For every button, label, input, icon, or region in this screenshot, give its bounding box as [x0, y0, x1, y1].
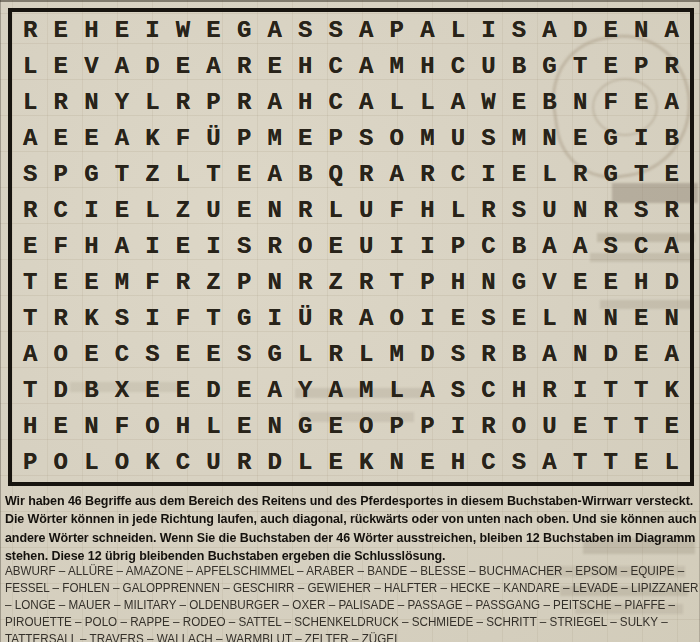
grid-cell: P: [382, 13, 413, 49]
grid-cell: S: [626, 193, 657, 229]
grid-cell: R: [534, 373, 565, 409]
grid-cell: C: [320, 49, 351, 85]
instructions-text: Wir haben 46 Begriffe aus dem Bereich de…: [5, 492, 697, 565]
grid-cell: L: [443, 193, 474, 229]
grid-cell: L: [443, 13, 474, 49]
grid-cell: C: [473, 445, 504, 481]
grid-cell: E: [595, 49, 626, 85]
grid-cell: K: [351, 445, 382, 481]
grid-cell: C: [626, 229, 657, 265]
grid-cell: E: [565, 121, 596, 157]
grid-cell: Z: [168, 193, 199, 229]
grid-cell: F: [382, 193, 413, 229]
grid-cell: B: [76, 373, 107, 409]
grid-cell: R: [565, 157, 596, 193]
grid-cell: O: [137, 409, 168, 445]
grid-cell: E: [656, 157, 687, 193]
grid-cell: A: [351, 13, 382, 49]
grid-cell: R: [473, 193, 504, 229]
grid-cell: H: [290, 49, 321, 85]
grid-cell: N: [259, 265, 290, 301]
grid-cell: O: [46, 445, 77, 481]
grid-cell: A: [382, 157, 413, 193]
grid-cell: I: [76, 193, 107, 229]
grid-cell: L: [382, 85, 413, 121]
grid-cell: F: [168, 301, 199, 337]
grid-cell: L: [534, 157, 565, 193]
grid-cell: I: [259, 301, 290, 337]
grid-cell: L: [412, 85, 443, 121]
grid-cell: A: [351, 49, 382, 85]
grid-cell: H: [76, 229, 107, 265]
grid-cell: A: [107, 121, 138, 157]
grid-cell: A: [534, 229, 565, 265]
grid-cell: S: [15, 157, 46, 193]
grid-cell: A: [656, 85, 687, 121]
grid-cell: N: [595, 301, 626, 337]
grid-cell: E: [107, 193, 138, 229]
grid-cell: C: [473, 373, 504, 409]
grid-cell: E: [626, 85, 657, 121]
grid-cell: Z: [137, 157, 168, 193]
grid-cell: E: [168, 373, 199, 409]
grid-cell: I: [565, 373, 596, 409]
grid-cell: D: [656, 265, 687, 301]
word-list-line: PIROUETTE – POLO – RAPPE – RODEO – SATTE…: [5, 613, 617, 630]
grid-cell: R: [168, 85, 199, 121]
grid-cell: S: [504, 13, 535, 49]
grid-cell: E: [76, 265, 107, 301]
grid-cell: K: [137, 121, 168, 157]
grid-cell: S: [290, 13, 321, 49]
grid-cell: A: [534, 13, 565, 49]
grid-cell: E: [565, 409, 596, 445]
grid-cell: T: [565, 445, 596, 481]
grid-cell: H: [443, 445, 474, 481]
grid-cell: L: [198, 409, 229, 445]
grid-cell: L: [137, 193, 168, 229]
grid-cell: M: [107, 265, 138, 301]
grid-cell: T: [382, 265, 413, 301]
grid-cell: I: [473, 157, 504, 193]
grid-cell: P: [46, 157, 77, 193]
grid-cell: O: [290, 229, 321, 265]
grid-cell: A: [565, 229, 596, 265]
grid-cell: H: [443, 265, 474, 301]
instruction-line: Die Wörter können in jede Richtung laufe…: [5, 510, 642, 528]
grid-cell: H: [504, 373, 535, 409]
grid-cell: B: [504, 49, 535, 85]
grid-cell: E: [46, 409, 77, 445]
grid-cell: G: [76, 157, 107, 193]
grid-cell: S: [504, 193, 535, 229]
grid-cell: N: [382, 445, 413, 481]
grid-cell: R: [412, 157, 443, 193]
grid-cell: A: [107, 229, 138, 265]
grid-cell: P: [198, 85, 229, 121]
grid-cell: I: [443, 409, 474, 445]
grid-cell: N: [656, 301, 687, 337]
grid-cell: P: [412, 409, 443, 445]
grid-cell: W: [168, 13, 199, 49]
word-list-line: FESSEL – FOHLEN – GALOPPRENNEN – GESCHIR…: [5, 579, 617, 596]
grid-cell: Z: [320, 265, 351, 301]
grid-cell: Y: [290, 373, 321, 409]
grid-cell: T: [595, 445, 626, 481]
grid-cell: S: [229, 229, 260, 265]
grid-cell: A: [412, 373, 443, 409]
grid-cell: T: [198, 301, 229, 337]
instruction-line: andere Wörter schneiden. Wenn Sie die Bu…: [5, 529, 642, 547]
grid-cell: C: [443, 157, 474, 193]
grid-cell: L: [290, 337, 321, 373]
grid-cell: R: [15, 193, 46, 229]
grid-cell: S: [443, 373, 474, 409]
grid-cell: E: [46, 13, 77, 49]
word-list-line: – LONGE – MAUER – MILITARY – OLDENBURGER…: [5, 596, 617, 613]
grid-cell: L: [656, 445, 687, 481]
grid-cell: P: [320, 121, 351, 157]
grid-cell: C: [107, 337, 138, 373]
grid-cell: A: [534, 445, 565, 481]
grid-cell: N: [76, 409, 107, 445]
grid-cell: A: [107, 49, 138, 85]
grid-cell: L: [76, 445, 107, 481]
grid-cell: E: [626, 337, 657, 373]
grid-cell: X: [107, 373, 138, 409]
grid-cell: E: [46, 265, 77, 301]
grid-cell: T: [626, 157, 657, 193]
grid-cell: H: [626, 265, 657, 301]
grid-cell: L: [290, 445, 321, 481]
grid-cell: H: [168, 409, 199, 445]
grid-cell: Y: [107, 85, 138, 121]
grid-cell: E: [46, 121, 77, 157]
grid-cell: G: [534, 49, 565, 85]
grid-cell: G: [595, 121, 626, 157]
grid-cell: G: [229, 13, 260, 49]
grid-cell: U: [351, 193, 382, 229]
grid-cell: C: [473, 229, 504, 265]
grid-cell: E: [565, 265, 596, 301]
grid-cell: L: [15, 85, 46, 121]
grid-cell: V: [76, 49, 107, 85]
grid-cell: E: [76, 337, 107, 373]
grid-cell: R: [229, 445, 260, 481]
grid-cell: E: [504, 301, 535, 337]
grid-cell: E: [229, 193, 260, 229]
grid-cell: N: [565, 301, 596, 337]
grid-cell: O: [46, 337, 77, 373]
page-left-edge-line: [0, 0, 1, 642]
grid-cell: E: [595, 13, 626, 49]
grid-cell: O: [504, 409, 535, 445]
grid-cell: E: [626, 301, 657, 337]
grid-cell: R: [46, 85, 77, 121]
grid-cell: R: [320, 301, 351, 337]
grid-cell: G: [259, 337, 290, 373]
grid-cell: B: [534, 85, 565, 121]
grid-cell: K: [76, 301, 107, 337]
grid-cell: U: [351, 229, 382, 265]
grid-cell: T: [15, 265, 46, 301]
grid-cell: O: [107, 445, 138, 481]
grid-cell: E: [504, 157, 535, 193]
grid-cell: R: [46, 301, 77, 337]
grid-cell: L: [351, 337, 382, 373]
grid-cell: E: [46, 49, 77, 85]
grid-cell: E: [259, 49, 290, 85]
grid-cell: Z: [198, 265, 229, 301]
grid-cell: T: [15, 373, 46, 409]
grid-cell: E: [412, 445, 443, 481]
grid-cell: R: [656, 193, 687, 229]
grid-cell: E: [320, 229, 351, 265]
grid-cell: L: [168, 157, 199, 193]
page-top-edge-line: [0, 0, 700, 2]
grid-cell: E: [443, 301, 474, 337]
grid-cell: A: [656, 13, 687, 49]
grid-cell: C: [320, 85, 351, 121]
grid-cell: M: [412, 121, 443, 157]
grid-cell: T: [595, 409, 626, 445]
grid-cell: C: [168, 445, 199, 481]
grid-cell: E: [168, 49, 199, 85]
grid-cell: R: [290, 193, 321, 229]
grid-cell: E: [626, 445, 657, 481]
grid-cell: F: [137, 265, 168, 301]
grid-cell: R: [351, 265, 382, 301]
grid-cell: L: [382, 373, 413, 409]
grid-cell: H: [76, 13, 107, 49]
grid-cell: D: [259, 445, 290, 481]
grid-cell: N: [565, 193, 596, 229]
grid-cell: V: [534, 265, 565, 301]
grid-cell: E: [198, 13, 229, 49]
grid-cell: R: [351, 157, 382, 193]
grid-cell: T: [626, 373, 657, 409]
grid-cell: P: [229, 121, 260, 157]
word-list: ABWURF – ALLÜRE – AMAZONE – APFELSCHIMME…: [5, 562, 697, 642]
grid-cell: I: [137, 229, 168, 265]
grid-cell: R: [229, 49, 260, 85]
grid-cell: U: [534, 193, 565, 229]
grid-cell: D: [595, 337, 626, 373]
grid-cell: U: [473, 49, 504, 85]
grid-cell: N: [565, 85, 596, 121]
grid-cell: D: [565, 13, 596, 49]
grid-cell: E: [198, 337, 229, 373]
grid-cell: S: [473, 121, 504, 157]
grid-cell: F: [168, 121, 199, 157]
grid-cell: P: [443, 229, 474, 265]
grid-cell: A: [351, 301, 382, 337]
grid-cell: M: [351, 373, 382, 409]
grid-cell: N: [626, 13, 657, 49]
grid-cell: R: [320, 337, 351, 373]
grid-cell: E: [504, 85, 535, 121]
grid-cell: P: [626, 49, 657, 85]
grid-cell: M: [382, 49, 413, 85]
grid-cell: E: [229, 157, 260, 193]
grid-cell: A: [443, 85, 474, 121]
grid-cell: D: [198, 373, 229, 409]
grid-cell: A: [15, 337, 46, 373]
grid-cell: A: [656, 337, 687, 373]
grid-cell: I: [198, 229, 229, 265]
grid-cell: R: [656, 49, 687, 85]
grid-cell: S: [595, 229, 626, 265]
grid-cell: L: [137, 85, 168, 121]
grid-cell: U: [198, 193, 229, 229]
grid-cell: E: [229, 409, 260, 445]
grid-cell: R: [168, 265, 199, 301]
grid-cell: N: [259, 193, 290, 229]
grid-cell: G: [504, 265, 535, 301]
grid-cell: R: [229, 85, 260, 121]
grid-cell: A: [259, 85, 290, 121]
grid-cell: S: [229, 337, 260, 373]
grid-cell: K: [656, 373, 687, 409]
grid-cell: L: [320, 193, 351, 229]
grid-cell: N: [259, 409, 290, 445]
grid-cell: E: [76, 121, 107, 157]
grid-cell: T: [15, 301, 46, 337]
grid-cell: F: [595, 85, 626, 121]
grid-cell: D: [137, 49, 168, 85]
grid-cell: F: [46, 229, 77, 265]
grid-cell: M: [504, 121, 535, 157]
grid-cell: R: [290, 265, 321, 301]
grid-cell: A: [259, 13, 290, 49]
grid-cell: B: [504, 337, 535, 373]
grid-cell: E: [137, 373, 168, 409]
grid-cell: E: [15, 229, 46, 265]
grid-cell: B: [656, 121, 687, 157]
grid-cell: P: [412, 265, 443, 301]
grid-cell: T: [595, 373, 626, 409]
grid-cell: A: [259, 373, 290, 409]
grid-cell: M: [382, 337, 413, 373]
grid-cell: C: [443, 49, 474, 85]
grid-cell: M: [259, 121, 290, 157]
grid-cell: D: [46, 373, 77, 409]
word-list-line: TATTERSALL – TRAVERS – WALLACH – WARMBLU…: [5, 630, 617, 642]
grid-cell: E: [107, 13, 138, 49]
grid-cell: H: [412, 49, 443, 85]
grid-cell: O: [382, 301, 413, 337]
grid-cell: E: [656, 409, 687, 445]
grid-cell: R: [473, 337, 504, 373]
grid-cell: Q: [320, 157, 351, 193]
puzzle-page: REHEIWEGASSAPALISADENALEVADEAREHCAMHCUBG…: [0, 0, 700, 642]
grid-cell: A: [656, 229, 687, 265]
grid-cell: L: [15, 49, 46, 85]
grid-cell: I: [137, 13, 168, 49]
word-list-line: ABWURF – ALLÜRE – AMAZONE – APFELSCHIMME…: [5, 562, 617, 579]
grid-cell: E: [320, 445, 351, 481]
grid-cell: A: [534, 337, 565, 373]
grid-cell: E: [168, 337, 199, 373]
grid-cell: S: [137, 337, 168, 373]
grid-cell: R: [473, 409, 504, 445]
grid-cell: E: [595, 265, 626, 301]
grid-cell: I: [412, 229, 443, 265]
grid-cell: G: [229, 301, 260, 337]
grid-cell: I: [412, 301, 443, 337]
grid-cell: H: [15, 409, 46, 445]
grid-cell: Ü: [290, 301, 321, 337]
grid-cell: S: [107, 301, 138, 337]
grid-cell: H: [412, 193, 443, 229]
grid-cell: F: [107, 409, 138, 445]
grid-cell: C: [46, 193, 77, 229]
grid-cell: I: [473, 13, 504, 49]
grid-cell: L: [534, 301, 565, 337]
grid-cell: T: [626, 409, 657, 445]
grid-cell: U: [443, 121, 474, 157]
grid-cell: I: [137, 301, 168, 337]
grid-cell: I: [382, 229, 413, 265]
word-search-grid: REHEIWEGASSAPALISADENALEVADEAREHCAMHCUBG…: [8, 8, 694, 486]
grid-cell: A: [15, 121, 46, 157]
grid-cell: S: [320, 13, 351, 49]
grid-cell: D: [412, 337, 443, 373]
grid-cell: G: [595, 157, 626, 193]
grid-cell: U: [198, 445, 229, 481]
grid-cell: B: [504, 229, 535, 265]
grid-cell: A: [320, 373, 351, 409]
grid-cell: A: [198, 49, 229, 85]
grid-cell: E: [168, 229, 199, 265]
grid-cell: T: [565, 49, 596, 85]
grid-cell: S: [504, 445, 535, 481]
grid-cell: S: [351, 121, 382, 157]
grid-cell: A: [412, 13, 443, 49]
instruction-line: Wir haben 46 Begriffe aus dem Bereich de…: [5, 492, 642, 510]
grid-cell: P: [382, 409, 413, 445]
grid-cell: U: [534, 409, 565, 445]
grid-cell: O: [351, 409, 382, 445]
grid-cell: A: [351, 85, 382, 121]
grid-cell: G: [290, 409, 321, 445]
grid-cell: Ü: [198, 121, 229, 157]
grid-cell: H: [290, 85, 321, 121]
grid-cell: N: [534, 121, 565, 157]
grid-cell: N: [565, 337, 596, 373]
grid-cell: I: [626, 121, 657, 157]
grid-cell: P: [229, 265, 260, 301]
grid-cell: E: [290, 121, 321, 157]
grid-cell: S: [443, 337, 474, 373]
grid-cell: E: [229, 373, 260, 409]
grid-cell: R: [259, 229, 290, 265]
grid-cell: T: [198, 157, 229, 193]
grid-cell: R: [15, 13, 46, 49]
grid-cell: P: [15, 445, 46, 481]
grid-cell: W: [473, 85, 504, 121]
grid-cell: A: [259, 157, 290, 193]
grid-cell: S: [473, 301, 504, 337]
grid-cell: O: [382, 121, 413, 157]
grid-cell: N: [473, 265, 504, 301]
grid-cell: T: [107, 157, 138, 193]
grid-cell: E: [320, 409, 351, 445]
grid-cell: B: [290, 157, 321, 193]
grid-cell: N: [76, 85, 107, 121]
grid-cell: R: [595, 193, 626, 229]
grid-cell: K: [137, 445, 168, 481]
